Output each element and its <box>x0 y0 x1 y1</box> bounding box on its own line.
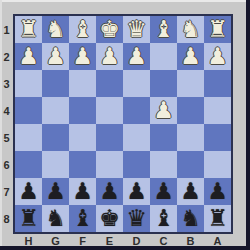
square-b2[interactable]: ♟ <box>177 43 204 70</box>
square-e2[interactable]: ♟ <box>96 43 123 70</box>
square-h2[interactable]: ♟ <box>15 43 42 70</box>
square-h5[interactable] <box>15 124 42 151</box>
board: ♜♞♝♚♛♝♞♜♟♟♟♟♟♟♟♟♟♟♟♟♟♟♟♟♜♞♝♚♛♝♞♜ <box>15 16 231 232</box>
square-a3[interactable] <box>204 70 231 97</box>
square-a6[interactable] <box>204 151 231 178</box>
rank-label-4: 4 <box>0 97 13 124</box>
square-f3[interactable] <box>69 70 96 97</box>
square-g3[interactable] <box>42 70 69 97</box>
square-c1[interactable]: ♝ <box>150 16 177 43</box>
square-e5[interactable] <box>96 124 123 151</box>
piece-black-pawn[interactable]: ♟ <box>180 178 201 205</box>
rank-labels: 12345678 <box>0 16 13 232</box>
square-e3[interactable] <box>96 70 123 97</box>
square-b7[interactable]: ♟ <box>177 178 204 205</box>
square-b6[interactable] <box>177 151 204 178</box>
piece-white-pawn[interactable]: ♟ <box>99 43 120 70</box>
square-d1[interactable]: ♛ <box>123 16 150 43</box>
piece-black-bishop[interactable]: ♝ <box>153 205 174 232</box>
square-d5[interactable] <box>123 124 150 151</box>
piece-white-knight[interactable]: ♞ <box>45 16 66 43</box>
square-a8[interactable]: ♜ <box>204 205 231 232</box>
square-h4[interactable] <box>15 97 42 124</box>
square-b8[interactable]: ♞ <box>177 205 204 232</box>
piece-black-bishop[interactable]: ♝ <box>72 205 93 232</box>
square-g4[interactable] <box>42 97 69 124</box>
square-g6[interactable] <box>42 151 69 178</box>
square-a4[interactable] <box>204 97 231 124</box>
piece-black-pawn[interactable]: ♟ <box>18 178 39 205</box>
square-c2[interactable] <box>150 43 177 70</box>
rank-label-7: 7 <box>0 178 13 205</box>
piece-black-rook[interactable]: ♜ <box>18 205 39 232</box>
square-f8[interactable]: ♝ <box>69 205 96 232</box>
chess-widget: 12345678 ♜♞♝♚♛♝♞♜♟♟♟♟♟♟♟♟♟♟♟♟♟♟♟♟♜♞♝♚♛♝♞… <box>0 0 250 250</box>
square-c6[interactable] <box>150 151 177 178</box>
piece-white-knight[interactable]: ♞ <box>180 16 201 43</box>
square-f7[interactable]: ♟ <box>69 178 96 205</box>
piece-white-bishop[interactable]: ♝ <box>72 16 93 43</box>
piece-white-bishop[interactable]: ♝ <box>153 16 174 43</box>
square-h7[interactable]: ♟ <box>15 178 42 205</box>
square-d4[interactable] <box>123 97 150 124</box>
piece-black-pawn[interactable]: ♟ <box>126 178 147 205</box>
square-c3[interactable] <box>150 70 177 97</box>
piece-black-pawn[interactable]: ♟ <box>207 178 228 205</box>
piece-black-queen[interactable]: ♛ <box>126 205 147 232</box>
square-f1[interactable]: ♝ <box>69 16 96 43</box>
rank-label-3: 3 <box>0 70 13 97</box>
square-d7[interactable]: ♟ <box>123 178 150 205</box>
square-g7[interactable]: ♟ <box>42 178 69 205</box>
square-h8[interactable]: ♜ <box>15 205 42 232</box>
frame-bevel-top <box>0 0 250 2</box>
square-b5[interactable] <box>177 124 204 151</box>
square-b1[interactable]: ♞ <box>177 16 204 43</box>
square-b3[interactable] <box>177 70 204 97</box>
frame-bevel-bottom <box>0 246 250 250</box>
square-d6[interactable] <box>123 151 150 178</box>
piece-black-pawn[interactable]: ♟ <box>153 178 174 205</box>
piece-white-pawn[interactable]: ♟ <box>153 97 174 124</box>
square-a2[interactable]: ♟ <box>204 43 231 70</box>
square-e8[interactable]: ♚ <box>96 205 123 232</box>
piece-black-king[interactable]: ♚ <box>99 205 120 232</box>
square-a5[interactable] <box>204 124 231 151</box>
square-g1[interactable]: ♞ <box>42 16 69 43</box>
square-g8[interactable]: ♞ <box>42 205 69 232</box>
piece-white-rook[interactable]: ♜ <box>18 16 39 43</box>
square-f4[interactable] <box>69 97 96 124</box>
square-c8[interactable]: ♝ <box>150 205 177 232</box>
square-g2[interactable]: ♟ <box>42 43 69 70</box>
square-e7[interactable]: ♟ <box>96 178 123 205</box>
square-c4[interactable]: ♟ <box>150 97 177 124</box>
piece-black-pawn[interactable]: ♟ <box>72 178 93 205</box>
square-g5[interactable] <box>42 124 69 151</box>
square-h3[interactable] <box>15 70 42 97</box>
frame-bevel-right <box>246 0 250 250</box>
rank-label-5: 5 <box>0 124 13 151</box>
piece-white-rook[interactable]: ♜ <box>207 16 228 43</box>
piece-white-pawn[interactable]: ♟ <box>180 43 201 70</box>
piece-white-pawn[interactable]: ♟ <box>18 43 39 70</box>
piece-white-pawn[interactable]: ♟ <box>126 43 147 70</box>
square-f2[interactable]: ♟ <box>69 43 96 70</box>
board-frame: ♜♞♝♚♛♝♞♜♟♟♟♟♟♟♟♟♟♟♟♟♟♟♟♟♜♞♝♚♛♝♞♜ <box>13 14 233 234</box>
piece-white-queen[interactable]: ♛ <box>126 16 147 43</box>
piece-white-pawn[interactable]: ♟ <box>45 43 66 70</box>
square-b4[interactable] <box>177 97 204 124</box>
rank-label-1: 1 <box>0 16 13 43</box>
square-d8[interactable]: ♛ <box>123 205 150 232</box>
square-h6[interactable] <box>15 151 42 178</box>
square-e4[interactable] <box>96 97 123 124</box>
rank-label-2: 2 <box>0 43 13 70</box>
square-c5[interactable] <box>150 124 177 151</box>
square-f6[interactable] <box>69 151 96 178</box>
square-h1[interactable]: ♜ <box>15 16 42 43</box>
piece-black-knight[interactable]: ♞ <box>180 205 201 232</box>
piece-white-king[interactable]: ♚ <box>99 16 120 43</box>
square-a1[interactable]: ♜ <box>204 16 231 43</box>
piece-black-rook[interactable]: ♜ <box>207 205 228 232</box>
square-d3[interactable] <box>123 70 150 97</box>
rank-label-6: 6 <box>0 151 13 178</box>
square-f5[interactable] <box>69 124 96 151</box>
piece-black-pawn[interactable]: ♟ <box>99 178 120 205</box>
square-e6[interactable] <box>96 151 123 178</box>
square-c7[interactable]: ♟ <box>150 178 177 205</box>
piece-white-pawn[interactable]: ♟ <box>207 43 228 70</box>
piece-white-pawn[interactable]: ♟ <box>72 43 93 70</box>
square-a7[interactable]: ♟ <box>204 178 231 205</box>
square-d2[interactable]: ♟ <box>123 43 150 70</box>
piece-black-pawn[interactable]: ♟ <box>45 178 66 205</box>
square-e1[interactable]: ♚ <box>96 16 123 43</box>
rank-label-8: 8 <box>0 205 13 232</box>
piece-black-knight[interactable]: ♞ <box>45 205 66 232</box>
